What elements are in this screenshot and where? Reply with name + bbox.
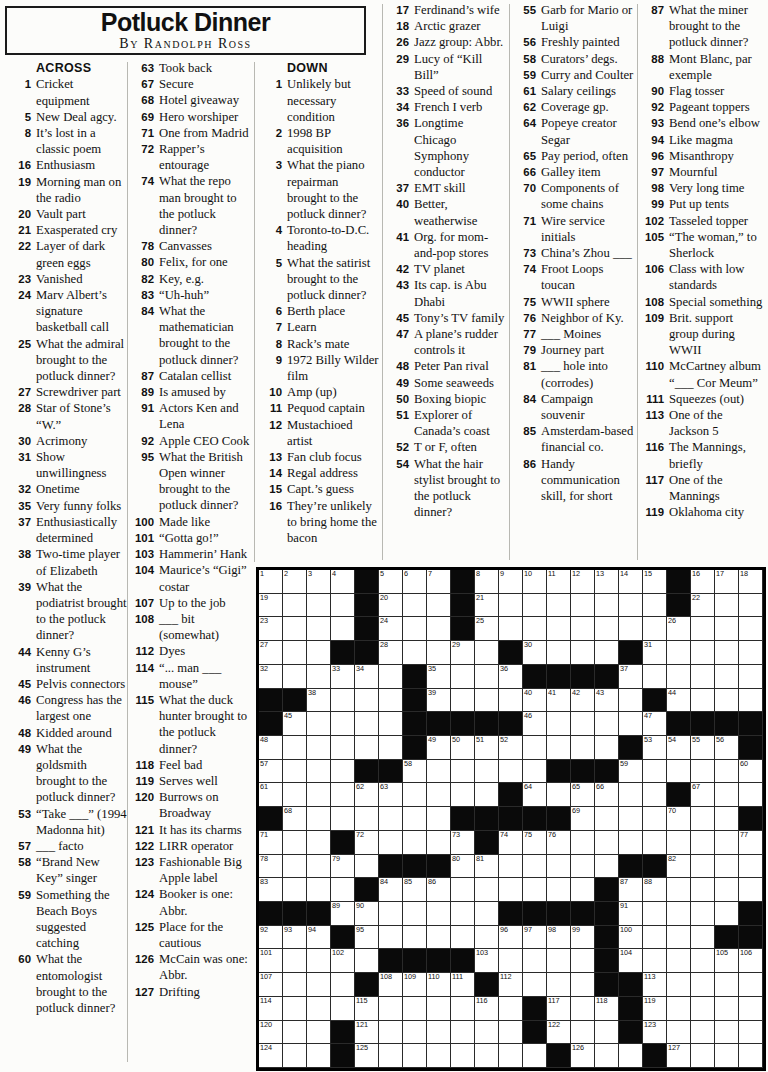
- grid-cell[interactable]: 107: [259, 973, 283, 997]
- grid-cell[interactable]: [307, 1021, 331, 1045]
- grid-cell[interactable]: 23: [259, 617, 283, 641]
- grid-cell[interactable]: 105: [715, 949, 739, 973]
- grid-cell[interactable]: [499, 855, 523, 879]
- grid-cell[interactable]: [283, 736, 307, 760]
- grid-cell[interactable]: 53: [643, 736, 667, 760]
- grid-cell[interactable]: 122: [547, 1021, 571, 1045]
- grid-cell[interactable]: [283, 617, 307, 641]
- grid-cell[interactable]: [427, 1021, 451, 1045]
- grid-cell[interactable]: [355, 736, 379, 760]
- grid-cell[interactable]: [307, 973, 331, 997]
- grid-cell[interactable]: [691, 807, 715, 831]
- grid-cell[interactable]: 76: [547, 831, 571, 855]
- grid-cell[interactable]: 119: [643, 997, 667, 1021]
- grid-cell[interactable]: [403, 902, 427, 926]
- grid-cell[interactable]: [715, 831, 739, 855]
- grid-cell[interactable]: [643, 594, 667, 618]
- grid-cell[interactable]: [523, 594, 547, 618]
- grid-cell[interactable]: [307, 783, 331, 807]
- grid-cell[interactable]: [667, 997, 691, 1021]
- grid-cell[interactable]: 45: [283, 712, 307, 736]
- grid-cell[interactable]: [619, 712, 643, 736]
- grid-cell[interactable]: [523, 617, 547, 641]
- grid-cell[interactable]: [451, 783, 475, 807]
- grid-cell[interactable]: 77: [739, 831, 763, 855]
- grid-cell[interactable]: [643, 783, 667, 807]
- grid-cell[interactable]: [643, 665, 667, 689]
- grid-cell[interactable]: [667, 760, 691, 784]
- grid-cell[interactable]: 125: [355, 1044, 379, 1068]
- grid-cell[interactable]: [547, 973, 571, 997]
- grid-cell[interactable]: [355, 712, 379, 736]
- grid-cell[interactable]: 121: [355, 1021, 379, 1045]
- grid-cell[interactable]: [499, 1044, 523, 1068]
- grid-cell[interactable]: [355, 689, 379, 713]
- grid-cell[interactable]: 22: [691, 594, 715, 618]
- grid-cell[interactable]: [715, 783, 739, 807]
- grid-cell[interactable]: [379, 665, 403, 689]
- grid-cell[interactable]: [499, 760, 523, 784]
- grid-cell[interactable]: [283, 594, 307, 618]
- grid-cell[interactable]: [403, 1044, 427, 1068]
- grid-cell[interactable]: 8: [475, 570, 499, 594]
- grid-cell[interactable]: 84: [379, 878, 403, 902]
- grid-cell[interactable]: [571, 878, 595, 902]
- grid-cell[interactable]: [331, 783, 355, 807]
- grid-cell[interactable]: 44: [667, 689, 691, 713]
- grid-cell[interactable]: 2: [283, 570, 307, 594]
- grid-cell[interactable]: 13: [595, 570, 619, 594]
- grid-cell[interactable]: [307, 997, 331, 1021]
- grid-cell[interactable]: [739, 1021, 763, 1045]
- grid-cell[interactable]: 86: [427, 878, 451, 902]
- grid-cell[interactable]: 1: [259, 570, 283, 594]
- grid-cell[interactable]: [307, 1044, 331, 1068]
- grid-cell[interactable]: [451, 665, 475, 689]
- grid-cell[interactable]: 116: [475, 997, 499, 1021]
- grid-cell[interactable]: 69: [571, 807, 595, 831]
- grid-cell[interactable]: [499, 997, 523, 1021]
- grid-cell[interactable]: 109: [403, 973, 427, 997]
- grid-cell[interactable]: 115: [355, 997, 379, 1021]
- grid-cell[interactable]: [523, 878, 547, 902]
- grid-cell[interactable]: 74: [499, 831, 523, 855]
- grid-cell[interactable]: 114: [259, 997, 283, 1021]
- grid-cell[interactable]: 70: [667, 807, 691, 831]
- grid-cell[interactable]: [571, 712, 595, 736]
- grid-cell[interactable]: [331, 617, 355, 641]
- grid-cell[interactable]: [331, 594, 355, 618]
- grid-cell[interactable]: [475, 689, 499, 713]
- grid-cell[interactable]: [523, 760, 547, 784]
- grid-cell[interactable]: [715, 617, 739, 641]
- grid-cell[interactable]: [691, 926, 715, 950]
- grid-cell[interactable]: 33: [331, 665, 355, 689]
- grid-cell[interactable]: [307, 641, 331, 665]
- grid-cell[interactable]: [571, 949, 595, 973]
- grid-cell[interactable]: [331, 689, 355, 713]
- grid-cell[interactable]: [427, 902, 451, 926]
- grid-cell[interactable]: 90: [355, 902, 379, 926]
- grid-cell[interactable]: 68: [283, 807, 307, 831]
- grid-cell[interactable]: [283, 831, 307, 855]
- grid-cell[interactable]: 61: [259, 783, 283, 807]
- grid-cell[interactable]: [427, 594, 451, 618]
- grid-cell[interactable]: [355, 807, 379, 831]
- grid-cell[interactable]: [595, 594, 619, 618]
- grid-cell[interactable]: [739, 665, 763, 689]
- grid-cell[interactable]: [307, 878, 331, 902]
- grid-cell[interactable]: [331, 878, 355, 902]
- grid-cell[interactable]: 62: [355, 783, 379, 807]
- grid-cell[interactable]: [595, 1044, 619, 1068]
- grid-cell[interactable]: 82: [667, 855, 691, 879]
- grid-cell[interactable]: [379, 807, 403, 831]
- grid-cell[interactable]: 98: [547, 926, 571, 950]
- grid-cell[interactable]: [307, 617, 331, 641]
- grid-cell[interactable]: 113: [643, 973, 667, 997]
- grid-cell[interactable]: [643, 831, 667, 855]
- grid-cell[interactable]: 78: [259, 855, 283, 879]
- grid-cell[interactable]: [571, 617, 595, 641]
- grid-cell[interactable]: 123: [643, 1021, 667, 1045]
- grid-cell[interactable]: [283, 997, 307, 1021]
- grid-cell[interactable]: [595, 1021, 619, 1045]
- grid-cell[interactable]: [379, 1021, 403, 1045]
- grid-cell[interactable]: [475, 878, 499, 902]
- grid-cell[interactable]: 9: [499, 570, 523, 594]
- grid-cell[interactable]: [715, 1021, 739, 1045]
- grid-cell[interactable]: [595, 807, 619, 831]
- grid-cell[interactable]: [379, 736, 403, 760]
- grid-cell[interactable]: [715, 902, 739, 926]
- grid-cell[interactable]: 42: [571, 689, 595, 713]
- grid-cell[interactable]: [739, 997, 763, 1021]
- grid-cell[interactable]: 87: [619, 878, 643, 902]
- grid-cell[interactable]: [739, 783, 763, 807]
- grid-cell[interactable]: 51: [475, 736, 499, 760]
- grid-cell[interactable]: [547, 736, 571, 760]
- grid-cell[interactable]: [475, 1021, 499, 1045]
- grid-cell[interactable]: [283, 949, 307, 973]
- grid-cell[interactable]: [595, 641, 619, 665]
- grid-cell[interactable]: 12: [571, 570, 595, 594]
- grid-cell[interactable]: [691, 973, 715, 997]
- grid-cell[interactable]: [451, 926, 475, 950]
- grid-cell[interactable]: [331, 973, 355, 997]
- grid-cell[interactable]: [715, 760, 739, 784]
- grid-cell[interactable]: [403, 926, 427, 950]
- grid-cell[interactable]: [283, 855, 307, 879]
- grid-cell[interactable]: [547, 949, 571, 973]
- grid-cell[interactable]: [283, 878, 307, 902]
- grid-cell[interactable]: 54: [667, 736, 691, 760]
- grid-cell[interactable]: [307, 594, 331, 618]
- grid-cell[interactable]: [739, 1044, 763, 1068]
- grid-cell[interactable]: [379, 926, 403, 950]
- grid-cell[interactable]: [499, 878, 523, 902]
- grid-cell[interactable]: 65: [571, 783, 595, 807]
- grid-cell[interactable]: [571, 1021, 595, 1045]
- grid-cell[interactable]: [523, 973, 547, 997]
- grid-cell[interactable]: 14: [619, 570, 643, 594]
- grid-cell[interactable]: 88: [643, 878, 667, 902]
- grid-cell[interactable]: [571, 973, 595, 997]
- grid-cell[interactable]: [355, 855, 379, 879]
- grid-cell[interactable]: [427, 1044, 451, 1068]
- grid-cell[interactable]: [715, 973, 739, 997]
- grid-cell[interactable]: [691, 760, 715, 784]
- grid-cell[interactable]: 52: [499, 736, 523, 760]
- grid-cell[interactable]: [667, 926, 691, 950]
- grid-cell[interactable]: [643, 902, 667, 926]
- grid-cell[interactable]: [499, 1021, 523, 1045]
- grid-cell[interactable]: [523, 736, 547, 760]
- grid-cell[interactable]: [619, 783, 643, 807]
- grid-cell[interactable]: 92: [259, 926, 283, 950]
- grid-cell[interactable]: [595, 712, 619, 736]
- grid-cell[interactable]: 101: [259, 949, 283, 973]
- grid-cell[interactable]: [379, 712, 403, 736]
- grid-cell[interactable]: [643, 760, 667, 784]
- grid-cell[interactable]: 30: [523, 641, 547, 665]
- grid-cell[interactable]: [403, 1021, 427, 1045]
- grid-cell[interactable]: [571, 997, 595, 1021]
- grid-cell[interactable]: [307, 831, 331, 855]
- grid-cell[interactable]: 25: [475, 617, 499, 641]
- grid-cell[interactable]: [379, 831, 403, 855]
- grid-cell[interactable]: [523, 1044, 547, 1068]
- grid-cell[interactable]: [715, 878, 739, 902]
- grid-cell[interactable]: 21: [475, 594, 499, 618]
- grid-cell[interactable]: [547, 594, 571, 618]
- grid-cell[interactable]: 29: [451, 641, 475, 665]
- grid-cell[interactable]: 59: [619, 760, 643, 784]
- grid-cell[interactable]: [307, 712, 331, 736]
- grid-cell[interactable]: [451, 878, 475, 902]
- grid-cell[interactable]: [451, 1044, 475, 1068]
- grid-cell[interactable]: 106: [739, 949, 763, 973]
- grid-cell[interactable]: [667, 641, 691, 665]
- grid-cell[interactable]: 96: [499, 926, 523, 950]
- grid-cell[interactable]: 3: [307, 570, 331, 594]
- grid-cell[interactable]: 89: [331, 902, 355, 926]
- grid-cell[interactable]: 47: [643, 712, 667, 736]
- grid-cell[interactable]: [595, 617, 619, 641]
- grid-cell[interactable]: 6: [403, 570, 427, 594]
- grid-cell[interactable]: 16: [691, 570, 715, 594]
- grid-cell[interactable]: 118: [595, 997, 619, 1021]
- grid-cell[interactable]: 66: [595, 783, 619, 807]
- grid-cell[interactable]: 41: [547, 689, 571, 713]
- grid-cell[interactable]: 111: [451, 973, 475, 997]
- grid-cell[interactable]: [283, 665, 307, 689]
- grid-cell[interactable]: [427, 807, 451, 831]
- grid-cell[interactable]: [547, 617, 571, 641]
- grid-cell[interactable]: 27: [259, 641, 283, 665]
- grid-cell[interactable]: [427, 641, 451, 665]
- grid-cell[interactable]: [523, 949, 547, 973]
- grid-cell[interactable]: [331, 760, 355, 784]
- grid-cell[interactable]: [427, 760, 451, 784]
- grid-cell[interactable]: 91: [619, 902, 643, 926]
- grid-cell[interactable]: [451, 902, 475, 926]
- grid-cell[interactable]: [715, 594, 739, 618]
- grid-cell[interactable]: [475, 760, 499, 784]
- grid-cell[interactable]: [331, 807, 355, 831]
- grid-cell[interactable]: [379, 689, 403, 713]
- grid-cell[interactable]: [691, 1021, 715, 1045]
- grid-cell[interactable]: [691, 949, 715, 973]
- grid-cell[interactable]: 112: [499, 973, 523, 997]
- grid-cell[interactable]: [691, 1044, 715, 1068]
- grid-cell[interactable]: [619, 1044, 643, 1068]
- grid-cell[interactable]: [283, 760, 307, 784]
- grid-cell[interactable]: 63: [379, 783, 403, 807]
- grid-cell[interactable]: [691, 689, 715, 713]
- grid-cell[interactable]: [475, 665, 499, 689]
- grid-cell[interactable]: [451, 760, 475, 784]
- grid-cell[interactable]: 75: [523, 831, 547, 855]
- grid-cell[interactable]: [595, 831, 619, 855]
- grid-cell[interactable]: 46: [523, 712, 547, 736]
- grid-cell[interactable]: [691, 855, 715, 879]
- grid-cell[interactable]: 94: [307, 926, 331, 950]
- grid-cell[interactable]: [427, 831, 451, 855]
- grid-cell[interactable]: 35: [427, 665, 451, 689]
- grid-cell[interactable]: [475, 641, 499, 665]
- grid-cell[interactable]: [307, 736, 331, 760]
- grid-cell[interactable]: [643, 617, 667, 641]
- grid-cell[interactable]: [691, 878, 715, 902]
- grid-cell[interactable]: 127: [667, 1044, 691, 1068]
- grid-cell[interactable]: [403, 807, 427, 831]
- grid-cell[interactable]: 34: [355, 665, 379, 689]
- grid-cell[interactable]: 48: [259, 736, 283, 760]
- grid-cell[interactable]: 99: [571, 926, 595, 950]
- grid-cell[interactable]: 103: [475, 949, 499, 973]
- grid-cell[interactable]: [403, 831, 427, 855]
- grid-cell[interactable]: [619, 594, 643, 618]
- grid-cell[interactable]: [619, 831, 643, 855]
- grid-cell[interactable]: [739, 641, 763, 665]
- grid-cell[interactable]: 104: [619, 949, 643, 973]
- grid-cell[interactable]: [691, 617, 715, 641]
- grid-cell[interactable]: 97: [523, 926, 547, 950]
- grid-cell[interactable]: 37: [619, 665, 643, 689]
- grid-cell[interactable]: [619, 807, 643, 831]
- grid-cell[interactable]: [307, 949, 331, 973]
- grid-cell[interactable]: 38: [307, 689, 331, 713]
- grid-cell[interactable]: [451, 689, 475, 713]
- grid-cell[interactable]: [691, 641, 715, 665]
- grid-cell[interactable]: 120: [259, 1021, 283, 1045]
- grid-cell[interactable]: [475, 783, 499, 807]
- grid-cell[interactable]: 80: [451, 855, 475, 879]
- grid-cell[interactable]: [355, 949, 379, 973]
- grid-cell[interactable]: 36: [499, 665, 523, 689]
- grid-cell[interactable]: 67: [691, 783, 715, 807]
- grid-cell[interactable]: [499, 617, 523, 641]
- grid-cell[interactable]: 56: [715, 736, 739, 760]
- grid-cell[interactable]: [643, 926, 667, 950]
- grid-cell[interactable]: 124: [259, 1044, 283, 1068]
- grid-cell[interactable]: [643, 949, 667, 973]
- grid-cell[interactable]: [379, 902, 403, 926]
- grid-cell[interactable]: [571, 831, 595, 855]
- grid-cell[interactable]: 71: [259, 831, 283, 855]
- grid-cell[interactable]: 7: [427, 570, 451, 594]
- grid-cell[interactable]: 4: [331, 570, 355, 594]
- grid-cell[interactable]: [475, 1044, 499, 1068]
- grid-cell[interactable]: [739, 689, 763, 713]
- grid-cell[interactable]: 58: [403, 760, 427, 784]
- grid-cell[interactable]: [739, 973, 763, 997]
- grid-cell[interactable]: [307, 807, 331, 831]
- grid-cell[interactable]: 60: [739, 760, 763, 784]
- grid-cell[interactable]: 28: [379, 641, 403, 665]
- grid-cell[interactable]: [715, 689, 739, 713]
- grid-cell[interactable]: [619, 689, 643, 713]
- grid-cell[interactable]: [691, 665, 715, 689]
- grid-cell[interactable]: 17: [715, 570, 739, 594]
- grid-cell[interactable]: 26: [667, 617, 691, 641]
- grid-cell[interactable]: 110: [427, 973, 451, 997]
- grid-cell[interactable]: 100: [619, 926, 643, 950]
- grid-cell[interactable]: [403, 997, 427, 1021]
- grid-cell[interactable]: [499, 949, 523, 973]
- grid-cell[interactable]: [739, 594, 763, 618]
- grid-cell[interactable]: [379, 997, 403, 1021]
- grid-cell[interactable]: [547, 641, 571, 665]
- grid-cell[interactable]: [691, 997, 715, 1021]
- grid-cell[interactable]: [451, 997, 475, 1021]
- grid-cell[interactable]: [547, 855, 571, 879]
- grid-cell[interactable]: 15: [643, 570, 667, 594]
- grid-cell[interactable]: 79: [331, 855, 355, 879]
- grid-cell[interactable]: [307, 665, 331, 689]
- grid-cell[interactable]: [331, 997, 355, 1021]
- grid-cell[interactable]: [283, 1044, 307, 1068]
- grid-cell[interactable]: 117: [547, 997, 571, 1021]
- grid-cell[interactable]: 126: [571, 1044, 595, 1068]
- grid-cell[interactable]: [523, 855, 547, 879]
- grid-cell[interactable]: 55: [691, 736, 715, 760]
- grid-cell[interactable]: 93: [283, 926, 307, 950]
- grid-cell[interactable]: 81: [475, 855, 499, 879]
- grid-cell[interactable]: [427, 997, 451, 1021]
- grid-cell[interactable]: [667, 878, 691, 902]
- grid-cell[interactable]: [691, 902, 715, 926]
- grid-cell[interactable]: 40: [523, 689, 547, 713]
- grid-cell[interactable]: [403, 783, 427, 807]
- grid-cell[interactable]: [739, 617, 763, 641]
- grid-cell[interactable]: 20: [379, 594, 403, 618]
- grid-cell[interactable]: 50: [451, 736, 475, 760]
- grid-cell[interactable]: [715, 1044, 739, 1068]
- grid-cell[interactable]: [667, 665, 691, 689]
- grid-cell[interactable]: [307, 760, 331, 784]
- grid-cell[interactable]: [715, 855, 739, 879]
- grid-cell[interactable]: 19: [259, 594, 283, 618]
- grid-cell[interactable]: 73: [451, 831, 475, 855]
- grid-cell[interactable]: [715, 665, 739, 689]
- grid-cell[interactable]: 83: [259, 878, 283, 902]
- grid-cell[interactable]: [547, 878, 571, 902]
- grid-cell[interactable]: [283, 973, 307, 997]
- grid-cell[interactable]: [595, 855, 619, 879]
- grid-cell[interactable]: 102: [331, 949, 355, 973]
